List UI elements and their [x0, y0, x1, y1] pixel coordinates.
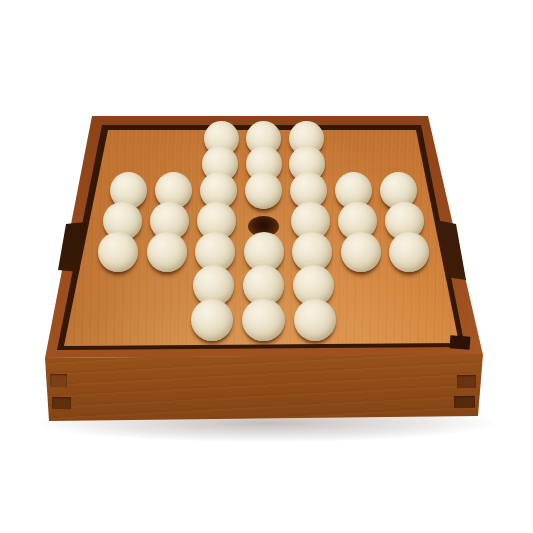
marble-r5c2[interactable] — [147, 232, 187, 272]
marble-r7c4[interactable] — [242, 299, 285, 342]
marble-r7c3[interactable] — [191, 299, 234, 342]
marble-r3c4[interactable] — [245, 172, 282, 209]
marble-r5c7[interactable] — [389, 232, 429, 272]
marble-r7c5[interactable] — [294, 299, 337, 342]
board-holes — [0, 0, 533, 533]
marble-r5c1[interactable] — [98, 232, 138, 272]
solitaire-scene — [0, 0, 533, 533]
marble-r5c6[interactable] — [341, 232, 381, 272]
